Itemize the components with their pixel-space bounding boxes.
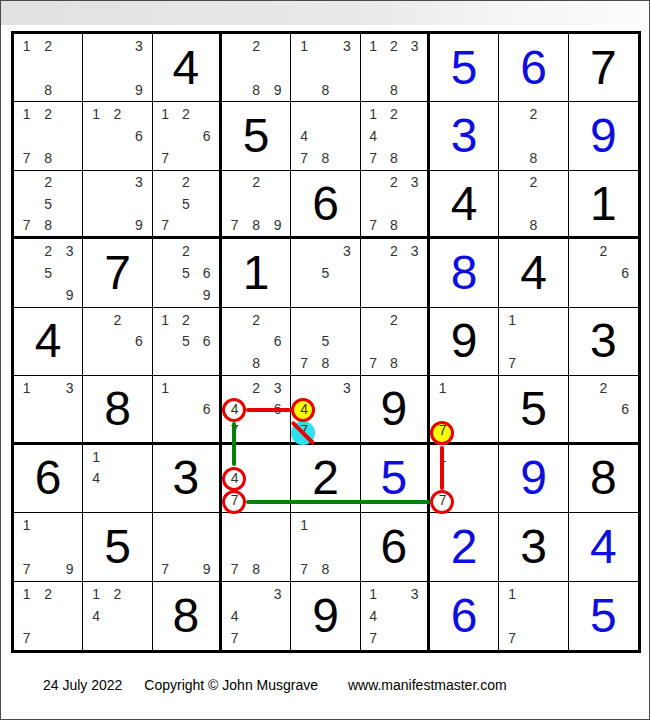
candidate-empty <box>128 627 149 649</box>
candidate-empty <box>383 331 404 353</box>
candidate-empty <box>175 214 196 235</box>
candidate-empty <box>544 627 565 649</box>
candidate-empty <box>224 193 245 214</box>
candidate-8: 8 <box>523 147 544 169</box>
cell-value: 9 <box>312 592 339 640</box>
cell-r4c7[interactable]: 8 <box>430 239 499 307</box>
candidate-empty <box>85 35 106 57</box>
candidate-6: 6 <box>267 398 288 419</box>
candidate-2: 2 <box>175 103 196 125</box>
pencil-marks: 127 <box>16 583 80 649</box>
candidate-empty <box>224 35 245 57</box>
candidate-empty <box>404 605 425 627</box>
cell-r9c3[interactable]: 8 <box>153 582 222 650</box>
candidate-1: 1 <box>293 514 314 536</box>
cell-r5c2[interactable]: 26 <box>83 308 152 376</box>
candidate-7: 7 <box>293 420 314 441</box>
candidate-5: 5 <box>37 193 58 214</box>
candidate-empty <box>16 57 37 79</box>
candidate-empty <box>383 193 404 214</box>
pencil-marks: 12478 <box>363 103 425 168</box>
candidate-empty <box>107 172 128 193</box>
candidate-empty <box>523 125 544 147</box>
candidate-empty <box>175 284 196 306</box>
candidate-empty <box>196 193 217 214</box>
candidate-empty <box>404 103 425 125</box>
cell-value: 5 <box>380 454 407 502</box>
candidate-empty <box>544 605 565 627</box>
candidate-empty <box>432 467 453 489</box>
candidate-1: 1 <box>363 103 384 125</box>
candidate-empty <box>128 309 149 331</box>
cell-value: 5 <box>451 44 478 92</box>
cell-r2c9[interactable]: 9 <box>569 102 638 170</box>
cell-r4c1[interactable]: 2359 <box>14 239 83 307</box>
candidate-2: 2 <box>383 103 404 125</box>
candidate-empty <box>336 352 357 374</box>
candidate-8: 8 <box>245 79 266 101</box>
cell-r7c3[interactable]: 3 <box>153 445 222 513</box>
candidate-empty <box>267 446 288 468</box>
candidate-6: 6 <box>196 125 217 147</box>
candidate-empty <box>107 446 128 468</box>
window: 1283942891381238567127812612675478124783… <box>0 0 650 720</box>
candidate-empty <box>85 147 106 169</box>
candidate-empty <box>107 79 128 101</box>
candidate-empty <box>336 420 357 441</box>
candidate-empty <box>245 489 266 511</box>
cell-r9c1[interactable]: 127 <box>14 582 83 650</box>
candidate-empty <box>267 57 288 79</box>
cell-r8c1[interactable]: 179 <box>14 513 83 581</box>
cell-r3c2[interactable]: 39 <box>83 171 152 239</box>
cell-r8c4[interactable]: 78 <box>222 513 291 581</box>
candidate-1: 1 <box>293 35 314 57</box>
cell-r6c7[interactable]: 17 <box>430 376 499 444</box>
candidate-empty <box>475 467 496 489</box>
candidate-empty <box>196 172 217 193</box>
candidate-empty <box>453 398 474 419</box>
cell-r7c8[interactable]: 9 <box>499 445 568 513</box>
cell-r4c5[interactable]: 35 <box>291 239 360 307</box>
candidate-empty <box>267 193 288 214</box>
cell-r6c4[interactable]: 23467 <box>222 376 291 444</box>
candidate-3: 3 <box>336 240 357 262</box>
candidate-empty <box>404 262 425 284</box>
candidate-empty <box>523 309 544 331</box>
candidate-8: 8 <box>245 352 266 374</box>
candidate-empty <box>245 398 266 419</box>
candidate-empty <box>107 352 128 374</box>
pencil-marks: 178 <box>293 514 357 579</box>
candidate-empty <box>404 193 425 214</box>
candidate-empty <box>453 420 474 441</box>
candidate-empty <box>267 627 288 649</box>
candidate-empty <box>363 309 384 331</box>
candidate-1: 1 <box>501 309 522 331</box>
candidate-empty <box>37 420 58 441</box>
candidate-1: 1 <box>16 514 37 536</box>
candidate-empty <box>383 57 404 79</box>
candidate-empty <box>245 583 266 605</box>
cell-r2c1[interactable]: 1278 <box>14 102 83 170</box>
candidate-empty <box>592 284 614 306</box>
candidate-3: 3 <box>128 35 149 57</box>
candidate-8: 8 <box>37 214 58 235</box>
cell-r8c2[interactable]: 5 <box>83 513 152 581</box>
candidate-empty <box>453 377 474 398</box>
candidate-2: 2 <box>107 583 128 605</box>
candidate-empty <box>128 446 149 468</box>
cell-r9c7[interactable]: 6 <box>430 582 499 650</box>
candidate-empty <box>592 420 614 441</box>
candidate-empty <box>267 352 288 374</box>
cell-r2c2[interactable]: 126 <box>83 102 152 170</box>
candidate-empty <box>383 627 404 649</box>
candidate-empty <box>196 103 217 125</box>
candidate-empty <box>128 583 149 605</box>
candidate-2: 2 <box>37 583 58 605</box>
cell-value: 4 <box>35 317 62 365</box>
candidate-empty <box>59 79 80 101</box>
cell-r2c4[interactable]: 5 <box>222 102 291 170</box>
cell-r3c4[interactable]: 2789 <box>222 171 291 239</box>
cell-r8c8[interactable]: 3 <box>499 513 568 581</box>
candidate-empty <box>315 284 336 306</box>
candidate-empty <box>267 467 288 489</box>
candidate-9: 9 <box>267 214 288 235</box>
cell-r1c5[interactable]: 138 <box>291 34 360 102</box>
candidate-empty <box>107 605 128 627</box>
cell-r5c6[interactable]: 278 <box>361 308 430 376</box>
candidate-empty <box>59 605 80 627</box>
cell-r2c8[interactable]: 28 <box>499 102 568 170</box>
candidate-1: 1 <box>155 103 176 125</box>
candidate-empty <box>155 125 176 147</box>
candidate-7: 7 <box>224 489 245 511</box>
cell-r8c7[interactable]: 2 <box>430 513 499 581</box>
candidate-empty <box>155 420 176 441</box>
candidate-empty <box>16 172 37 193</box>
candidate-empty <box>453 446 474 468</box>
candidate-empty <box>592 262 614 284</box>
candidate-empty <box>315 309 336 331</box>
candidate-2: 2 <box>245 309 266 331</box>
candidate-empty <box>336 284 357 306</box>
candidate-empty <box>224 79 245 101</box>
candidate-empty <box>614 377 636 398</box>
candidate-3: 3 <box>128 172 149 193</box>
candidate-1: 1 <box>363 583 384 605</box>
cell-r1c7[interactable]: 5 <box>430 34 499 102</box>
candidate-empty <box>336 147 357 169</box>
candidate-6: 6 <box>196 331 217 353</box>
cell-r6c3[interactable]: 16 <box>153 376 222 444</box>
candidate-empty <box>175 558 196 580</box>
candidate-empty <box>85 352 106 374</box>
candidate-7: 7 <box>155 147 176 169</box>
cell-r3c7[interactable]: 4 <box>430 171 499 239</box>
pencil-marks: 26 <box>571 377 636 440</box>
candidate-empty <box>128 147 149 169</box>
cell-r6c6[interactable]: 9 <box>361 376 430 444</box>
candidate-7: 7 <box>501 352 522 374</box>
cell-value: 6 <box>380 523 407 571</box>
cell-r5c3[interactable]: 1256 <box>153 308 222 376</box>
candidate-empty <box>107 214 128 235</box>
cell-r5c9[interactable]: 3 <box>569 308 638 376</box>
cell-r7c5[interactable]: 2 <box>291 445 360 513</box>
pencil-marks: 17 <box>432 446 496 511</box>
candidate-empty <box>37 398 58 419</box>
pencil-marks: 347 <box>293 377 357 440</box>
pencil-marks: 289 <box>224 35 288 100</box>
cell-r3c5[interactable]: 6 <box>291 171 360 239</box>
cell-r6c5[interactable]: 347 <box>291 376 360 444</box>
candidate-empty <box>175 398 196 419</box>
candidate-3: 3 <box>267 377 288 398</box>
candidate-7: 7 <box>224 214 245 235</box>
cell-r9c2[interactable]: 124 <box>83 582 152 650</box>
candidate-empty <box>16 398 37 419</box>
cell-r3c9[interactable]: 1 <box>569 171 638 239</box>
candidate-7: 7 <box>224 420 245 441</box>
candidate-empty <box>315 398 336 419</box>
cell-r6c8[interactable]: 5 <box>499 376 568 444</box>
candidate-empty <box>107 57 128 79</box>
candidate-9: 9 <box>128 214 149 235</box>
candidate-1: 1 <box>16 583 37 605</box>
candidate-empty <box>383 583 404 605</box>
cell-r3c1[interactable]: 2578 <box>14 171 83 239</box>
candidate-empty <box>363 193 384 214</box>
cell-r1c8[interactable]: 6 <box>499 34 568 102</box>
candidate-empty <box>293 240 314 262</box>
cell-r5c8[interactable]: 17 <box>499 308 568 376</box>
cell-r1c2[interactable]: 39 <box>83 34 152 102</box>
cell-r7c4[interactable]: 47 <box>222 445 291 513</box>
candidate-empty <box>245 536 266 558</box>
cell-value: 5 <box>520 385 547 433</box>
cell-r4c3[interactable]: 2569 <box>153 239 222 307</box>
cell-r1c4[interactable]: 289 <box>222 34 291 102</box>
candidate-8: 8 <box>315 352 336 374</box>
candidate-empty <box>245 57 266 79</box>
cell-value: 5 <box>590 592 617 640</box>
cell-r7c6[interactable]: 5 <box>361 445 430 513</box>
cell-value: 1 <box>243 249 270 297</box>
candidate-empty <box>523 605 544 627</box>
candidate-empty <box>224 536 245 558</box>
candidate-empty <box>571 284 593 306</box>
cell-r7c1[interactable]: 6 <box>14 445 83 513</box>
cell-r4c8[interactable]: 4 <box>499 239 568 307</box>
candidate-empty <box>571 377 593 398</box>
cell-r2c5[interactable]: 478 <box>291 102 360 170</box>
candidate-empty <box>175 536 196 558</box>
candidate-empty <box>315 240 336 262</box>
candidate-8: 8 <box>523 214 544 235</box>
pencil-marks: 17 <box>501 583 565 649</box>
candidate-empty <box>315 536 336 558</box>
cell-value: 4 <box>590 523 617 571</box>
candidate-empty <box>37 627 58 649</box>
cell-r6c2[interactable]: 8 <box>83 376 152 444</box>
cell-r7c2[interactable]: 14 <box>83 445 152 513</box>
candidate-empty <box>107 627 128 649</box>
candidate-empty <box>245 627 266 649</box>
candidate-2: 2 <box>523 172 544 193</box>
cell-r9c9[interactable]: 5 <box>569 582 638 650</box>
cell-value: 8 <box>590 454 617 502</box>
candidate-4: 4 <box>224 605 245 627</box>
cell-r9c5[interactable]: 9 <box>291 582 360 650</box>
candidate-empty <box>59 420 80 441</box>
candidate-2: 2 <box>523 103 544 125</box>
cell-r4c9[interactable]: 26 <box>569 239 638 307</box>
candidate-2: 2 <box>383 35 404 57</box>
candidate-5: 5 <box>175 262 196 284</box>
candidate-9: 9 <box>196 558 217 580</box>
cell-r6c9[interactable]: 26 <box>569 376 638 444</box>
candidate-2: 2 <box>107 103 128 125</box>
candidate-empty <box>267 514 288 536</box>
candidate-1: 1 <box>16 377 37 398</box>
cell-r8c9[interactable]: 4 <box>569 513 638 581</box>
candidate-empty <box>544 352 565 374</box>
candidate-empty <box>404 79 425 101</box>
cell-r5c1[interactable]: 4 <box>14 308 83 376</box>
candidate-empty <box>475 420 496 441</box>
candidate-9: 9 <box>59 558 80 580</box>
candidate-empty <box>475 489 496 511</box>
cell-value: 3 <box>520 523 547 571</box>
cell-r5c5[interactable]: 578 <box>291 308 360 376</box>
candidate-empty <box>196 536 217 558</box>
candidate-empty <box>59 514 80 536</box>
candidate-empty <box>523 352 544 374</box>
candidate-empty <box>267 536 288 558</box>
candidate-empty <box>544 172 565 193</box>
candidate-empty <box>614 284 636 306</box>
candidate-empty <box>196 147 217 169</box>
candidate-empty <box>85 214 106 235</box>
pencil-marks: 1347 <box>363 583 425 649</box>
cell-r8c6[interactable]: 6 <box>361 513 430 581</box>
candidate-empty <box>128 467 149 489</box>
candidate-7: 7 <box>293 147 314 169</box>
cell-r9c4[interactable]: 347 <box>222 582 291 650</box>
cell-r3c6[interactable]: 2378 <box>361 171 430 239</box>
candidate-empty <box>267 605 288 627</box>
cell-value: 4 <box>520 249 547 297</box>
candidate-empty <box>245 514 266 536</box>
pencil-marks: 35 <box>293 240 357 305</box>
candidate-empty <box>315 377 336 398</box>
cell-r1c9[interactable]: 7 <box>569 34 638 102</box>
cell-r7c7[interactable]: 17 <box>430 445 499 513</box>
cell-r3c8[interactable]: 28 <box>499 171 568 239</box>
candidate-empty <box>245 331 266 353</box>
candidate-7: 7 <box>16 627 37 649</box>
cell-r1c3[interactable]: 4 <box>153 34 222 102</box>
candidate-empty <box>16 125 37 147</box>
candidate-empty <box>404 627 425 649</box>
candidate-1: 1 <box>16 35 37 57</box>
candidate-empty <box>175 125 196 147</box>
pencil-marks: 28 <box>501 172 565 235</box>
cell-r6c1[interactable]: 13 <box>14 376 83 444</box>
cell-r7c9[interactable]: 8 <box>569 445 638 513</box>
candidate-5: 5 <box>175 193 196 214</box>
cell-r8c3[interactable]: 79 <box>153 513 222 581</box>
cell-r5c7[interactable]: 9 <box>430 308 499 376</box>
cell-value: 6 <box>35 454 62 502</box>
candidate-empty <box>37 605 58 627</box>
candidate-8: 8 <box>315 147 336 169</box>
candidate-empty <box>196 514 217 536</box>
cell-value: 9 <box>590 112 617 160</box>
cell-r4c2[interactable]: 7 <box>83 239 152 307</box>
candidate-8: 8 <box>245 214 266 235</box>
candidate-4: 4 <box>224 467 245 489</box>
cell-r8c5[interactable]: 178 <box>291 513 360 581</box>
cell-r2c6[interactable]: 12478 <box>361 102 430 170</box>
candidate-empty <box>501 214 522 235</box>
pencil-marks: 1238 <box>363 35 425 100</box>
candidate-empty <box>336 125 357 147</box>
cell-r4c6[interactable]: 23 <box>361 239 430 307</box>
candidate-empty <box>336 558 357 580</box>
candidate-empty <box>475 446 496 468</box>
candidate-empty <box>155 536 176 558</box>
candidate-empty <box>128 57 149 79</box>
cell-r4c4[interactable]: 1 <box>222 239 291 307</box>
candidate-2: 2 <box>592 377 614 398</box>
candidate-empty <box>571 240 593 262</box>
cell-value: 6 <box>312 180 339 228</box>
candidate-empty <box>453 489 474 511</box>
cell-r3c3[interactable]: 257 <box>153 171 222 239</box>
cell-r1c1[interactable]: 128 <box>14 34 83 102</box>
candidate-empty <box>107 467 128 489</box>
candidate-empty <box>453 467 474 489</box>
candidate-empty <box>224 377 245 398</box>
pencil-marks: 1278 <box>16 103 80 168</box>
pencil-marks: 257 <box>155 172 217 235</box>
candidate-empty <box>383 125 404 147</box>
candidate-empty <box>315 420 336 441</box>
cell-r2c7[interactable]: 3 <box>430 102 499 170</box>
cell-r5c4[interactable]: 268 <box>222 308 291 376</box>
cell-value: 5 <box>104 523 131 571</box>
candidate-empty <box>383 262 404 284</box>
footer-website: www.manifestmaster.com <box>348 677 507 693</box>
candidate-empty <box>336 309 357 331</box>
candidate-empty <box>544 147 565 169</box>
cell-r9c8[interactable]: 17 <box>499 582 568 650</box>
candidate-empty <box>37 536 58 558</box>
candidate-4: 4 <box>85 467 106 489</box>
cell-r9c6[interactable]: 1347 <box>361 582 430 650</box>
candidate-empty <box>544 214 565 235</box>
candidate-empty <box>432 398 453 419</box>
cell-r2c3[interactable]: 1267 <box>153 102 222 170</box>
candidate-empty <box>59 193 80 214</box>
candidate-7: 7 <box>363 147 384 169</box>
candidate-1: 1 <box>501 583 522 605</box>
cell-r1c6[interactable]: 1238 <box>361 34 430 102</box>
